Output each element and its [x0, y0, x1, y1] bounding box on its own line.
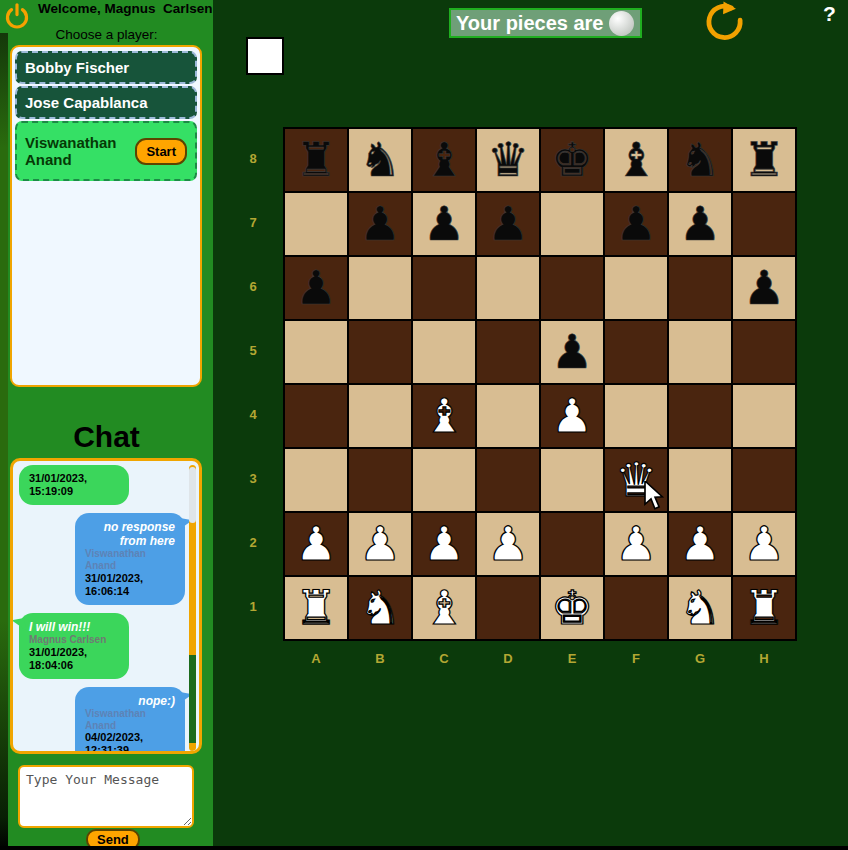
square-g8[interactable]: ♞: [668, 128, 732, 192]
chat-bubble: I will win!!! Magnus Carlsen 31/01/2023,…: [19, 613, 129, 679]
piece-white-pawn[interactable]: ♟: [743, 513, 785, 575]
piece-white-rook[interactable]: ♜: [743, 577, 785, 639]
chat-text: nope:): [85, 694, 175, 708]
restart-button[interactable]: [700, 0, 747, 47]
chat-timestamp: 31/01/2023, 18:04:06: [29, 646, 119, 672]
rank-label-1: 1: [237, 575, 269, 639]
square-a6[interactable]: ♟: [284, 256, 348, 320]
file-label-b: B: [348, 649, 412, 669]
square-f8[interactable]: ♝: [604, 128, 668, 192]
square-e8[interactable]: ♚: [540, 128, 604, 192]
chat-scrollbar-end: [189, 655, 196, 743]
piece-black-pawn[interactable]: ♟: [551, 321, 593, 383]
square-c1[interactable]: ♝: [412, 576, 476, 640]
chat-timestamp: 31/01/2023, 16:06:14: [85, 572, 175, 598]
square-g7[interactable]: ♟: [668, 192, 732, 256]
piece-white-knight[interactable]: ♞: [359, 577, 401, 639]
player-name: Viswanathan Anand: [25, 134, 135, 168]
square-e2[interactable]: [540, 512, 604, 576]
square-b1[interactable]: ♞: [348, 576, 412, 640]
piece-white-pawn[interactable]: ♟: [487, 513, 529, 575]
square-c5[interactable]: [412, 320, 476, 384]
your-pieces-label: Your pieces are: [456, 12, 603, 35]
piece-white-pawn[interactable]: ♟: [423, 513, 465, 575]
chat-text: I will win!!!: [29, 620, 119, 634]
square-f5[interactable]: [604, 320, 668, 384]
piece-white-rook[interactable]: ♜: [295, 577, 337, 639]
square-c7[interactable]: ♟: [412, 192, 476, 256]
piece-white-pawn[interactable]: ♟: [295, 513, 337, 575]
chat-message-input[interactable]: [18, 765, 194, 828]
square-a8[interactable]: ♜: [284, 128, 348, 192]
chat-text: no response from here: [85, 520, 175, 548]
square-d4[interactable]: [476, 384, 540, 448]
chat-author: Magnus Carlsen: [29, 634, 119, 646]
piece-black-pawn[interactable]: ♟: [487, 193, 529, 255]
file-label-c: C: [412, 649, 476, 669]
square-b8[interactable]: ♞: [348, 128, 412, 192]
rank-labels: 87654321: [237, 127, 269, 639]
welcome-text: Welcome, Magnus Carlsen: [38, 1, 208, 16]
chat-timestamp: 31/01/2023, 15:19:09: [29, 472, 119, 498]
white-piece-color-dot: [609, 11, 634, 36]
piece-white-queen[interactable]: ♛: [615, 449, 657, 511]
piece-black-bishop[interactable]: ♝: [423, 129, 465, 191]
square-h6[interactable]: ♟: [732, 256, 796, 320]
square-g3[interactable]: [668, 448, 732, 512]
piece-white-pawn[interactable]: ♟: [615, 513, 657, 575]
square-a7[interactable]: [284, 192, 348, 256]
rank-label-4: 4: [237, 383, 269, 447]
start-game-button[interactable]: Start: [135, 138, 187, 165]
piece-black-pawn[interactable]: ♟: [359, 193, 401, 255]
square-f6[interactable]: [604, 256, 668, 320]
file-label-a: A: [284, 649, 348, 669]
square-b2[interactable]: ♟: [348, 512, 412, 576]
square-d8[interactable]: ♛: [476, 128, 540, 192]
chat-title: Chat: [0, 420, 213, 454]
square-f7[interactable]: ♟: [604, 192, 668, 256]
piece-white-pawn[interactable]: ♟: [679, 513, 721, 575]
square-h3[interactable]: [732, 448, 796, 512]
piece-black-pawn[interactable]: ♟: [423, 193, 465, 255]
square-d3[interactable]: [476, 448, 540, 512]
square-e4[interactable]: ♟: [540, 384, 604, 448]
square-c4[interactable]: ♝: [412, 384, 476, 448]
square-a5[interactable]: [284, 320, 348, 384]
square-c3[interactable]: [412, 448, 476, 512]
piece-black-bishop[interactable]: ♝: [615, 129, 657, 191]
file-label-f: F: [604, 649, 668, 669]
player-list: Bobby Fischer Jose Capablanca Viswanatha…: [10, 45, 202, 387]
rank-label-5: 5: [237, 319, 269, 383]
player-item-jose-capablanca[interactable]: Jose Capablanca: [15, 86, 197, 119]
game-area: Your pieces are ? 87654321 ♜♞♝♛♚♝♞♜♟♟♟♟♟…: [213, 0, 848, 850]
chat-bubble: nope:) Viswanathan Anand 04/02/2023, 12:…: [75, 687, 185, 754]
piece-white-king[interactable]: ♚: [551, 577, 593, 639]
square-c8[interactable]: ♝: [412, 128, 476, 192]
your-pieces-badge: Your pieces are: [449, 8, 642, 38]
square-f1[interactable]: [604, 576, 668, 640]
square-a3[interactable]: [284, 448, 348, 512]
square-d6[interactable]: [476, 256, 540, 320]
piece-white-bishop[interactable]: ♝: [423, 385, 465, 447]
square-b6[interactable]: [348, 256, 412, 320]
square-g5[interactable]: [668, 320, 732, 384]
square-g1[interactable]: ♞: [668, 576, 732, 640]
piece-black-knight[interactable]: ♞: [359, 129, 401, 191]
chat-bubble: 31/01/2023, 15:19:09: [19, 465, 129, 505]
square-g2[interactable]: ♟: [668, 512, 732, 576]
player-item-bobby-fischer[interactable]: Bobby Fischer: [15, 51, 197, 84]
square-e3[interactable]: [540, 448, 604, 512]
chat-bubble: no response from here Viswanathan Anand …: [75, 513, 185, 605]
square-c2[interactable]: ♟: [412, 512, 476, 576]
rank-label-8: 8: [237, 127, 269, 191]
square-h1[interactable]: ♜: [732, 576, 796, 640]
chat-message-list[interactable]: 31/01/2023, 15:19:09 no response from he…: [10, 458, 202, 754]
piece-black-pawn[interactable]: ♟: [295, 257, 337, 319]
piece-preview-box: [246, 37, 284, 75]
help-button[interactable]: ?: [823, 2, 836, 26]
square-d5[interactable]: [476, 320, 540, 384]
rank-label-7: 7: [237, 191, 269, 255]
file-label-h: H: [732, 649, 796, 669]
file-label-e: E: [540, 649, 604, 669]
piece-white-bishop[interactable]: ♝: [423, 577, 465, 639]
chat-scrollbar[interactable]: [189, 465, 196, 751]
square-f4[interactable]: [604, 384, 668, 448]
sidebar: Welcome, Magnus Carlsen Choose a player:…: [0, 0, 213, 850]
choose-player-label: Choose a player:: [0, 27, 213, 42]
piece-white-pawn[interactable]: ♟: [359, 513, 401, 575]
square-f3[interactable]: ♛: [604, 448, 668, 512]
player-item-viswanathan-anand[interactable]: Viswanathan Anand Start: [15, 121, 197, 181]
piece-black-king[interactable]: ♚: [551, 129, 593, 191]
file-label-g: G: [668, 649, 732, 669]
piece-black-rook[interactable]: ♜: [743, 129, 785, 191]
square-a4[interactable]: [284, 384, 348, 448]
piece-black-pawn[interactable]: ♟: [615, 193, 657, 255]
square-a1[interactable]: ♜: [284, 576, 348, 640]
square-e6[interactable]: [540, 256, 604, 320]
square-c6[interactable]: [412, 256, 476, 320]
piece-black-queen[interactable]: ♛: [487, 129, 529, 191]
piece-white-knight[interactable]: ♞: [679, 577, 721, 639]
square-g6[interactable]: [668, 256, 732, 320]
rank-label-3: 3: [237, 447, 269, 511]
chat-timestamp: 04/02/2023, 12:31:39: [85, 731, 175, 754]
square-d1[interactable]: [476, 576, 540, 640]
chess-board: ♜♞♝♛♚♝♞♜♟♟♟♟♟♟♟♟♝♟♛♟♟♟♟♟♟♟♜♞♝♚♞♜: [283, 127, 797, 641]
rank-label-2: 2: [237, 511, 269, 575]
piece-black-pawn[interactable]: ♟: [743, 257, 785, 319]
square-e5[interactable]: ♟: [540, 320, 604, 384]
chat-author: Viswanathan Anand: [85, 548, 175, 572]
square-d2[interactable]: ♟: [476, 512, 540, 576]
file-label-d: D: [476, 649, 540, 669]
square-b5[interactable]: [348, 320, 412, 384]
square-h5[interactable]: [732, 320, 796, 384]
piece-black-knight[interactable]: ♞: [679, 129, 721, 191]
square-e1[interactable]: ♚: [540, 576, 604, 640]
square-b4[interactable]: [348, 384, 412, 448]
square-f2[interactable]: ♟: [604, 512, 668, 576]
square-a2[interactable]: ♟: [284, 512, 348, 576]
square-g4[interactable]: [668, 384, 732, 448]
player-name: Jose Capablanca: [25, 94, 148, 111]
piece-black-rook[interactable]: ♜: [295, 129, 337, 191]
chat-author: Viswanathan Anand: [85, 708, 175, 732]
piece-white-pawn[interactable]: ♟: [551, 385, 593, 447]
restart-icon: [701, 34, 747, 49]
rank-label-6: 6: [237, 255, 269, 319]
square-b7[interactable]: ♟: [348, 192, 412, 256]
square-h4[interactable]: [732, 384, 796, 448]
piece-black-pawn[interactable]: ♟: [679, 193, 721, 255]
file-labels: ABCDEFGH: [284, 649, 796, 669]
player-name: Bobby Fischer: [25, 59, 129, 76]
square-b3[interactable]: [348, 448, 412, 512]
square-h8[interactable]: ♜: [732, 128, 796, 192]
page-bottom-edge: [0, 846, 848, 850]
chat-scrollbar-thumb[interactable]: [189, 467, 196, 523]
square-h2[interactable]: ♟: [732, 512, 796, 576]
square-d7[interactable]: ♟: [476, 192, 540, 256]
square-h7[interactable]: [732, 192, 796, 256]
square-e7[interactable]: [540, 192, 604, 256]
